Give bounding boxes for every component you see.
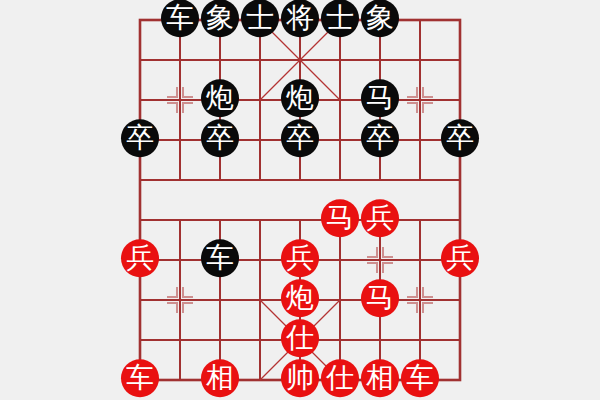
board-point-f1r9 xyxy=(160,360,200,400)
board-point-f4r6: 兵 xyxy=(280,240,320,280)
board-point-f0r9: 车 xyxy=(120,360,160,400)
piece-red-chariot[interactable]: 车 xyxy=(401,359,439,397)
piece-red-advisor[interactable]: 仕 xyxy=(321,359,359,397)
board-point-f4r5 xyxy=(280,200,320,240)
board-grid: 车象士将士象炮炮马卒卒卒卒卒马兵兵车兵兵炮马仕车相帅仕相车 xyxy=(120,0,480,400)
piece-black-chariot[interactable]: 车 xyxy=(161,0,199,37)
piece-red-advisor[interactable]: 仕 xyxy=(281,319,319,357)
board-point-f8r5 xyxy=(440,200,480,240)
board-point-f2r9: 相 xyxy=(200,360,240,400)
board-point-f1r6 xyxy=(160,240,200,280)
board-point-f4r1 xyxy=(280,40,320,80)
point-marker xyxy=(407,287,433,313)
board-point-f7r6 xyxy=(400,240,440,280)
board-point-f7r4 xyxy=(400,160,440,200)
point-marker xyxy=(167,287,193,313)
piece-black-advisor[interactable]: 士 xyxy=(321,0,359,37)
board-point-f5r6 xyxy=(320,240,360,280)
board-point-f5r3 xyxy=(320,120,360,160)
board-point-f8r6: 兵 xyxy=(440,240,480,280)
point-marker-corner xyxy=(382,262,393,273)
board-point-f5r9: 仕 xyxy=(320,360,360,400)
piece-black-soldier[interactable]: 卒 xyxy=(201,119,239,157)
board-point-f3r5 xyxy=(240,200,280,240)
piece-red-soldier[interactable]: 兵 xyxy=(281,239,319,277)
piece-black-horse[interactable]: 马 xyxy=(361,79,399,117)
board-point-f0r3: 卒 xyxy=(120,120,160,160)
piece-black-cannon[interactable]: 炮 xyxy=(281,79,319,117)
piece-red-soldier[interactable]: 兵 xyxy=(361,199,399,237)
board-point-f0r7 xyxy=(120,280,160,320)
board-point-f7r7 xyxy=(400,280,440,320)
piece-black-elephant[interactable]: 象 xyxy=(201,0,239,37)
point-marker xyxy=(367,247,393,273)
piece-red-elephant[interactable]: 相 xyxy=(201,359,239,397)
board-point-f2r1 xyxy=(200,40,240,80)
board-point-f0r4 xyxy=(120,160,160,200)
board-point-f4r0: 将 xyxy=(280,0,320,40)
board-point-f8r3: 卒 xyxy=(440,120,480,160)
point-marker-corner xyxy=(182,102,193,113)
board-point-f4r9: 帅 xyxy=(280,360,320,400)
board-point-f6r9: 相 xyxy=(360,360,400,400)
board-point-f2r2: 炮 xyxy=(200,80,240,120)
board-point-f5r7 xyxy=(320,280,360,320)
board-point-f0r0 xyxy=(120,0,160,40)
board-point-f4r8: 仕 xyxy=(280,320,320,360)
board-point-f6r0: 象 xyxy=(360,0,400,40)
piece-black-soldier[interactable]: 卒 xyxy=(121,119,159,157)
board-point-f0r6: 兵 xyxy=(120,240,160,280)
point-marker-corner xyxy=(422,102,433,113)
point-marker-corner xyxy=(182,87,193,98)
board-point-f6r6 xyxy=(360,240,400,280)
board-point-f1r2 xyxy=(160,80,200,120)
board-point-f1r4 xyxy=(160,160,200,200)
point-marker-corner xyxy=(422,287,433,298)
board-point-f2r7 xyxy=(200,280,240,320)
board-point-f5r4 xyxy=(320,160,360,200)
board-point-f6r1 xyxy=(360,40,400,80)
piece-red-general[interactable]: 帅 xyxy=(281,359,319,397)
board-point-f4r7: 炮 xyxy=(280,280,320,320)
board-point-f8r4 xyxy=(440,160,480,200)
board-point-f2r3: 卒 xyxy=(200,120,240,160)
point-marker-corner xyxy=(422,87,433,98)
board-point-f0r5 xyxy=(120,200,160,240)
board-point-f8r9 xyxy=(440,360,480,400)
board-point-f8r7 xyxy=(440,280,480,320)
point-marker-corner xyxy=(407,102,418,113)
board-point-f8r1 xyxy=(440,40,480,80)
piece-red-horse[interactable]: 马 xyxy=(321,199,359,237)
board-point-f0r8 xyxy=(120,320,160,360)
board-point-f4r4 xyxy=(280,160,320,200)
board-point-f6r4 xyxy=(360,160,400,200)
board-point-f3r1 xyxy=(240,40,280,80)
piece-black-soldier[interactable]: 卒 xyxy=(281,119,319,157)
board-point-f3r6 xyxy=(240,240,280,280)
point-marker-corner xyxy=(407,302,418,313)
board-point-f8r2 xyxy=(440,80,480,120)
point-marker-corner xyxy=(182,287,193,298)
piece-red-soldier[interactable]: 兵 xyxy=(121,239,159,277)
point-marker-corner xyxy=(182,302,193,313)
board-point-f0r1 xyxy=(120,40,160,80)
board-point-f5r5: 马 xyxy=(320,200,360,240)
point-marker xyxy=(407,87,433,113)
board-point-f7r2 xyxy=(400,80,440,120)
board-point-f2r0: 象 xyxy=(200,0,240,40)
board-point-f6r8 xyxy=(360,320,400,360)
board-point-f1r1 xyxy=(160,40,200,80)
piece-red-horse[interactable]: 马 xyxy=(361,279,399,317)
piece-black-chariot[interactable]: 车 xyxy=(201,239,239,277)
board-point-f7r5 xyxy=(400,200,440,240)
point-marker xyxy=(167,87,193,113)
board-point-f3r7 xyxy=(240,280,280,320)
point-marker-corner xyxy=(382,247,393,258)
board-point-f7r8 xyxy=(400,320,440,360)
piece-black-elephant[interactable]: 象 xyxy=(361,0,399,37)
board-point-f8r8 xyxy=(440,320,480,360)
point-marker-corner xyxy=(422,302,433,313)
point-marker-corner xyxy=(167,302,178,313)
board-point-f3r3 xyxy=(240,120,280,160)
piece-red-cannon[interactable]: 炮 xyxy=(281,279,319,317)
board-point-f8r0 xyxy=(440,0,480,40)
board-point-f3r2 xyxy=(240,80,280,120)
board-point-f5r1 xyxy=(320,40,360,80)
board-point-f5r8 xyxy=(320,320,360,360)
piece-black-soldier[interactable]: 卒 xyxy=(361,119,399,157)
piece-red-chariot[interactable]: 车 xyxy=(121,359,159,397)
board-point-f3r8 xyxy=(240,320,280,360)
board-point-f5r2 xyxy=(320,80,360,120)
board-point-f2r8 xyxy=(200,320,240,360)
board-point-f3r9 xyxy=(240,360,280,400)
point-marker-corner xyxy=(367,247,378,258)
board-point-f7r0 xyxy=(400,0,440,40)
board-point-f2r5 xyxy=(200,200,240,240)
board-point-f2r6: 车 xyxy=(200,240,240,280)
board-point-f7r9: 车 xyxy=(400,360,440,400)
board-point-f7r1 xyxy=(400,40,440,80)
board-point-f3r4 xyxy=(240,160,280,200)
board-point-f6r3: 卒 xyxy=(360,120,400,160)
board-point-f1r3 xyxy=(160,120,200,160)
point-marker-corner xyxy=(367,262,378,273)
point-marker-corner xyxy=(407,87,418,98)
point-marker-corner xyxy=(167,287,178,298)
piece-black-soldier[interactable]: 卒 xyxy=(441,119,479,157)
piece-red-soldier[interactable]: 兵 xyxy=(441,239,479,277)
point-marker-corner xyxy=(407,287,418,298)
piece-black-advisor[interactable]: 士 xyxy=(241,0,279,37)
board-point-f6r2: 马 xyxy=(360,80,400,120)
board-point-f2r4 xyxy=(200,160,240,200)
board-point-f4r3: 卒 xyxy=(280,120,320,160)
board-point-f4r2: 炮 xyxy=(280,80,320,120)
board-point-f6r5: 兵 xyxy=(360,200,400,240)
board-point-f7r3 xyxy=(400,120,440,160)
board-point-f1r5 xyxy=(160,200,200,240)
point-marker-corner xyxy=(167,87,178,98)
board-point-f1r0: 车 xyxy=(160,0,200,40)
board-point-f5r0: 士 xyxy=(320,0,360,40)
board-point-f0r2 xyxy=(120,80,160,120)
board-point-f6r7: 马 xyxy=(360,280,400,320)
board-point-f3r0: 士 xyxy=(240,0,280,40)
board-point-f1r8 xyxy=(160,320,200,360)
piece-red-elephant[interactable]: 相 xyxy=(361,359,399,397)
point-marker-corner xyxy=(167,102,178,113)
xiangqi-board: 车象士将士象炮炮马卒卒卒卒卒马兵兵车兵兵炮马仕车相帅仕相车 xyxy=(0,0,600,400)
piece-black-cannon[interactable]: 炮 xyxy=(201,79,239,117)
board-point-f1r7 xyxy=(160,280,200,320)
piece-black-general[interactable]: 将 xyxy=(281,0,319,37)
